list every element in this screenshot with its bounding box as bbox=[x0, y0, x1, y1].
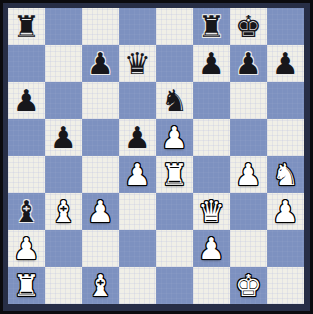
black-pawn: ♟ bbox=[13, 82, 40, 119]
square-f8[interactable]: ♜ bbox=[193, 8, 230, 45]
square-d6[interactable] bbox=[119, 82, 156, 119]
black-bishop: ♝ bbox=[13, 193, 40, 230]
black-pawn: ♟ bbox=[124, 119, 151, 156]
square-a3[interactable]: ♝ bbox=[8, 193, 45, 230]
white-pawn: ♟ bbox=[13, 230, 40, 267]
square-a5[interactable] bbox=[8, 119, 45, 156]
square-e2[interactable] bbox=[156, 230, 193, 267]
square-a2[interactable]: ♟ bbox=[8, 230, 45, 267]
black-rook: ♜ bbox=[198, 8, 225, 45]
black-king: ♚ bbox=[235, 8, 262, 45]
square-b8[interactable] bbox=[45, 8, 82, 45]
white-pawn: ♟ bbox=[161, 119, 188, 156]
white-pawn: ♟ bbox=[198, 230, 225, 267]
square-c6[interactable] bbox=[82, 82, 119, 119]
square-e1[interactable] bbox=[156, 267, 193, 304]
square-d4[interactable]: ♟ bbox=[119, 156, 156, 193]
white-bishop: ♝ bbox=[50, 193, 77, 230]
square-b4[interactable] bbox=[45, 156, 82, 193]
square-h7[interactable]: ♟ bbox=[267, 45, 304, 82]
square-g8[interactable]: ♚ bbox=[230, 8, 267, 45]
square-d3[interactable] bbox=[119, 193, 156, 230]
black-pawn: ♟ bbox=[198, 45, 225, 82]
white-knight: ♞ bbox=[272, 156, 299, 193]
black-pawn: ♟ bbox=[235, 45, 262, 82]
square-b7[interactable] bbox=[45, 45, 82, 82]
square-c2[interactable] bbox=[82, 230, 119, 267]
square-b3[interactable]: ♝ bbox=[45, 193, 82, 230]
square-h2[interactable] bbox=[267, 230, 304, 267]
white-pawn: ♟ bbox=[272, 193, 299, 230]
square-f6[interactable] bbox=[193, 82, 230, 119]
black-pawn: ♟ bbox=[50, 119, 77, 156]
square-b1[interactable] bbox=[45, 267, 82, 304]
square-c3[interactable]: ♟ bbox=[82, 193, 119, 230]
square-g3[interactable] bbox=[230, 193, 267, 230]
white-rook: ♜ bbox=[161, 156, 188, 193]
square-a1[interactable]: ♜ bbox=[8, 267, 45, 304]
square-g2[interactable] bbox=[230, 230, 267, 267]
black-pawn: ♟ bbox=[272, 45, 299, 82]
square-f2[interactable]: ♟ bbox=[193, 230, 230, 267]
square-h6[interactable] bbox=[267, 82, 304, 119]
square-e8[interactable] bbox=[156, 8, 193, 45]
square-g5[interactable] bbox=[230, 119, 267, 156]
square-e5[interactable]: ♟ bbox=[156, 119, 193, 156]
square-c8[interactable] bbox=[82, 8, 119, 45]
square-b6[interactable] bbox=[45, 82, 82, 119]
square-c1[interactable]: ♝ bbox=[82, 267, 119, 304]
board-frame: ♜♜♚♟♛♟♟♟♟♞♟♟♟♟♜♟♞♝♝♟♛♟♟♟♜♝♚ bbox=[0, 0, 313, 314]
square-f5[interactable] bbox=[193, 119, 230, 156]
square-h8[interactable] bbox=[267, 8, 304, 45]
square-c5[interactable] bbox=[82, 119, 119, 156]
square-e6[interactable]: ♞ bbox=[156, 82, 193, 119]
square-e7[interactable] bbox=[156, 45, 193, 82]
square-b5[interactable]: ♟ bbox=[45, 119, 82, 156]
square-d1[interactable] bbox=[119, 267, 156, 304]
square-a4[interactable] bbox=[8, 156, 45, 193]
square-d8[interactable] bbox=[119, 8, 156, 45]
square-g4[interactable]: ♟ bbox=[230, 156, 267, 193]
square-h4[interactable]: ♞ bbox=[267, 156, 304, 193]
square-c4[interactable] bbox=[82, 156, 119, 193]
square-g1[interactable]: ♚ bbox=[230, 267, 267, 304]
white-pawn: ♟ bbox=[124, 156, 151, 193]
square-h3[interactable]: ♟ bbox=[267, 193, 304, 230]
square-h1[interactable] bbox=[267, 267, 304, 304]
square-f7[interactable]: ♟ bbox=[193, 45, 230, 82]
white-bishop: ♝ bbox=[87, 267, 114, 304]
square-e3[interactable] bbox=[156, 193, 193, 230]
black-knight: ♞ bbox=[161, 82, 188, 119]
white-queen: ♛ bbox=[198, 193, 225, 230]
square-a6[interactable]: ♟ bbox=[8, 82, 45, 119]
white-pawn: ♟ bbox=[87, 193, 114, 230]
square-b2[interactable] bbox=[45, 230, 82, 267]
white-rook: ♜ bbox=[13, 267, 40, 304]
square-f3[interactable]: ♛ bbox=[193, 193, 230, 230]
square-a7[interactable] bbox=[8, 45, 45, 82]
square-e4[interactable]: ♜ bbox=[156, 156, 193, 193]
square-f1[interactable] bbox=[193, 267, 230, 304]
square-g7[interactable]: ♟ bbox=[230, 45, 267, 82]
square-d2[interactable] bbox=[119, 230, 156, 267]
square-h5[interactable] bbox=[267, 119, 304, 156]
square-g6[interactable] bbox=[230, 82, 267, 119]
white-king: ♚ bbox=[235, 267, 262, 304]
black-queen: ♛ bbox=[124, 45, 151, 82]
chess-board: ♜♜♚♟♛♟♟♟♟♞♟♟♟♟♜♟♞♝♝♟♛♟♟♟♜♝♚ bbox=[8, 8, 304, 304]
square-d7[interactable]: ♛ bbox=[119, 45, 156, 82]
white-pawn: ♟ bbox=[235, 156, 262, 193]
square-a8[interactable]: ♜ bbox=[8, 8, 45, 45]
square-d5[interactable]: ♟ bbox=[119, 119, 156, 156]
black-rook: ♜ bbox=[13, 8, 40, 45]
square-c7[interactable]: ♟ bbox=[82, 45, 119, 82]
black-pawn: ♟ bbox=[87, 45, 114, 82]
square-f4[interactable] bbox=[193, 156, 230, 193]
